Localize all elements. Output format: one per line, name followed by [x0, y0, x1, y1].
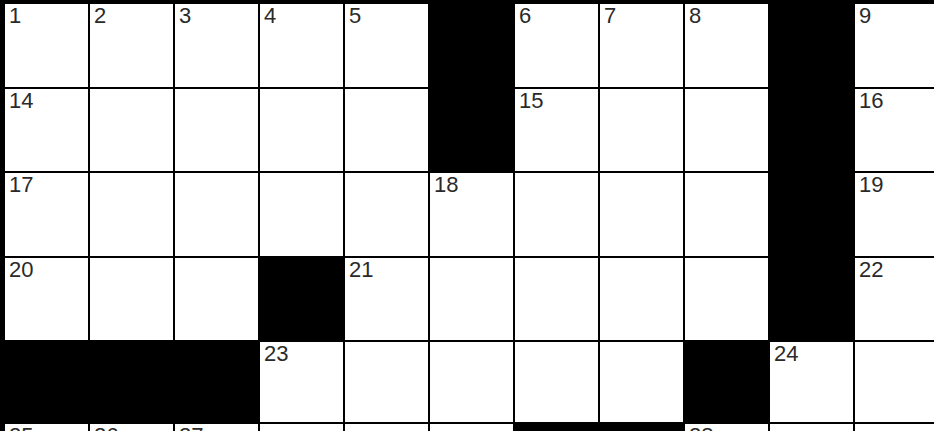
grid-cell[interactable]: 25 [5, 424, 88, 431]
grid-cell[interactable]: 16 [855, 89, 934, 171]
grid-cell[interactable]: 5 [345, 4, 428, 87]
grid-cell[interactable]: 26 [90, 424, 173, 431]
grid-cell[interactable] [90, 89, 173, 171]
grid-cell[interactable] [600, 258, 683, 340]
grid-cell[interactable] [90, 173, 173, 256]
black-cell [515, 424, 598, 431]
cell-number: 24 [774, 343, 798, 365]
cell-number: 26 [94, 425, 118, 431]
black-cell [600, 424, 683, 431]
grid-cell[interactable] [345, 342, 428, 422]
grid-cell[interactable] [685, 89, 768, 171]
grid-cell[interactable]: 24 [770, 342, 853, 422]
cell-number: 28 [689, 425, 713, 431]
black-cell [430, 89, 513, 171]
grid-cell[interactable]: 27 [175, 424, 258, 431]
cell-number: 21 [349, 259, 373, 281]
crossword-board: 123456789141516171819202122232425262728 [0, 0, 934, 431]
cell-number: 8 [689, 5, 701, 27]
grid-cell[interactable] [345, 173, 428, 256]
cell-number: 2 [94, 5, 106, 27]
grid-cell[interactable]: 14 [5, 89, 88, 171]
cell-number: 1 [9, 5, 21, 27]
grid-cell[interactable]: 22 [855, 258, 934, 340]
cell-number: 9 [859, 5, 871, 27]
grid-cell[interactable] [345, 89, 428, 171]
grid-cell[interactable] [600, 173, 683, 256]
grid-cell[interactable]: 19 [855, 173, 934, 256]
grid-cell[interactable] [855, 342, 934, 422]
grid-cell[interactable]: 6 [515, 4, 598, 87]
grid-cell[interactable] [345, 424, 428, 431]
grid-cell[interactable] [770, 424, 853, 431]
black-cell [260, 258, 343, 340]
black-cell [5, 342, 88, 422]
grid-cell[interactable] [260, 173, 343, 256]
cell-number: 3 [179, 5, 191, 27]
grid-cell[interactable] [600, 342, 683, 422]
grid-cell[interactable] [600, 89, 683, 171]
cell-number: 14 [9, 90, 33, 112]
grid-cell[interactable]: 1 [5, 4, 88, 87]
grid-cell[interactable] [515, 173, 598, 256]
grid-cell[interactable] [430, 424, 513, 431]
cell-number: 6 [519, 5, 531, 27]
grid-cell[interactable] [855, 424, 934, 431]
cell-number: 16 [859, 90, 883, 112]
grid-cell[interactable] [430, 342, 513, 422]
black-cell [770, 173, 853, 256]
grid-cell[interactable]: 23 [260, 342, 343, 422]
grid-cell[interactable]: 3 [175, 4, 258, 87]
grid-cell[interactable] [175, 173, 258, 256]
cell-number: 7 [604, 5, 616, 27]
grid-cell[interactable] [175, 89, 258, 171]
grid-cell[interactable] [685, 258, 768, 340]
grid-cell[interactable]: 21 [345, 258, 428, 340]
cell-number: 25 [9, 425, 33, 431]
grid-cell[interactable]: 9 [855, 4, 934, 87]
grid-cell[interactable]: 4 [260, 4, 343, 87]
grid-cell[interactable] [260, 424, 343, 431]
grid-cell[interactable] [685, 173, 768, 256]
cell-number: 4 [264, 5, 276, 27]
cell-number: 15 [519, 90, 543, 112]
black-cell [770, 258, 853, 340]
grid-cell[interactable] [260, 89, 343, 171]
cell-number: 18 [434, 174, 458, 196]
grid-cell[interactable] [90, 258, 173, 340]
grid-cell[interactable] [515, 258, 598, 340]
grid-cell[interactable]: 2 [90, 4, 173, 87]
cell-number: 27 [179, 425, 203, 431]
grid-cell[interactable]: 8 [685, 4, 768, 87]
grid-cell[interactable]: 18 [430, 173, 513, 256]
cell-number: 19 [859, 174, 883, 196]
black-cell [430, 4, 513, 87]
black-cell [685, 342, 768, 422]
grid-cell[interactable]: 17 [5, 173, 88, 256]
grid-cell[interactable]: 28 [685, 424, 768, 431]
grid-cell[interactable] [430, 258, 513, 340]
black-cell [175, 342, 258, 422]
grid-cell[interactable] [515, 342, 598, 422]
cell-number: 23 [264, 343, 288, 365]
cell-number: 20 [9, 259, 33, 281]
grid-cell[interactable]: 7 [600, 4, 683, 87]
black-cell [90, 342, 173, 422]
grid-cell[interactable]: 15 [515, 89, 598, 171]
grid-cell[interactable] [175, 258, 258, 340]
black-cell [770, 89, 853, 171]
crossword-grid: 123456789141516171819202122232425262728 [5, 4, 934, 431]
cell-number: 5 [349, 5, 361, 27]
cell-number: 22 [859, 259, 883, 281]
grid-cell[interactable]: 20 [5, 258, 88, 340]
black-cell [770, 4, 853, 87]
cell-number: 17 [9, 174, 33, 196]
